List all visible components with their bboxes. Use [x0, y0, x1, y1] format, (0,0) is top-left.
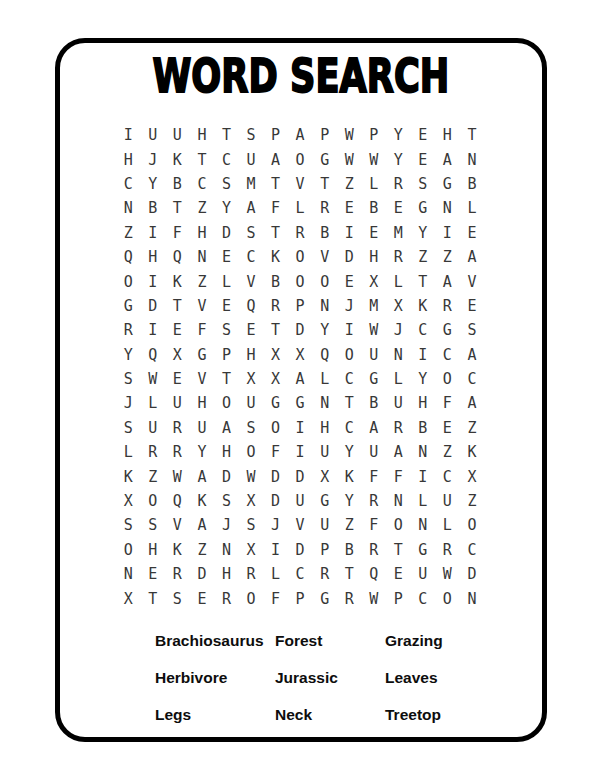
grid-cell[interactable]: M	[239, 172, 264, 196]
grid-cell[interactable]: C	[435, 343, 460, 367]
grid-cell[interactable]: Z	[460, 416, 485, 440]
grid-cell[interactable]: G	[361, 367, 386, 391]
grid-cell[interactable]: A	[288, 367, 313, 391]
grid-cell[interactable]: Q	[165, 245, 190, 269]
grid-cell[interactable]: X	[116, 489, 141, 513]
grid-cell[interactable]: X	[288, 343, 313, 367]
grid-cell[interactable]: F	[386, 464, 411, 488]
grid-cell[interactable]: J	[214, 513, 239, 537]
grid-cell[interactable]: A	[460, 391, 485, 415]
grid-cell[interactable]: R	[165, 440, 190, 464]
grid-cell[interactable]: G	[263, 391, 288, 415]
grid-cell[interactable]: G	[190, 343, 215, 367]
grid-cell[interactable]: W	[337, 147, 362, 171]
grid-cell[interactable]: O	[435, 586, 460, 610]
grid-cell[interactable]: V	[288, 513, 313, 537]
grid-cell[interactable]: Z	[116, 221, 141, 245]
grid-cell[interactable]: T	[190, 147, 215, 171]
grid-cell[interactable]: W	[361, 318, 386, 342]
grid-cell[interactable]: K	[116, 464, 141, 488]
grid-cell[interactable]: R	[165, 562, 190, 586]
grid-cell[interactable]: Z	[460, 489, 485, 513]
grid-cell[interactable]: E	[190, 586, 215, 610]
grid-cell[interactable]: B	[263, 269, 288, 293]
grid-cell[interactable]: F	[435, 391, 460, 415]
grid-cell[interactable]: I	[116, 123, 141, 147]
grid-cell[interactable]: T	[460, 123, 485, 147]
grid-cell[interactable]: W	[361, 586, 386, 610]
grid-cell[interactable]: C	[460, 367, 485, 391]
grid-cell[interactable]: F	[361, 464, 386, 488]
grid-cell[interactable]: C	[337, 367, 362, 391]
grid-cell[interactable]: U	[165, 391, 190, 415]
grid-cell[interactable]: J	[386, 318, 411, 342]
grid-cell[interactable]: Q	[312, 343, 337, 367]
grid-cell[interactable]: U	[165, 123, 190, 147]
grid-cell[interactable]: G	[411, 196, 436, 220]
grid-cell[interactable]: Y	[411, 367, 436, 391]
grid-cell[interactable]: S	[239, 513, 264, 537]
grid-cell[interactable]: X	[460, 464, 485, 488]
grid-cell[interactable]: O	[239, 586, 264, 610]
grid-cell[interactable]: Y	[116, 343, 141, 367]
grid-cell[interactable]: N	[214, 538, 239, 562]
grid-cell[interactable]: Y	[337, 489, 362, 513]
grid-cell[interactable]: R	[288, 221, 313, 245]
grid-cell[interactable]: T	[165, 294, 190, 318]
grid-cell[interactable]: W	[361, 147, 386, 171]
grid-cell[interactable]: O	[460, 513, 485, 537]
grid-cell[interactable]: T	[165, 196, 190, 220]
grid-cell[interactable]: E	[361, 221, 386, 245]
grid-cell[interactable]: D	[214, 464, 239, 488]
grid-cell[interactable]: F	[263, 440, 288, 464]
grid-cell[interactable]: O	[312, 269, 337, 293]
grid-cell[interactable]: L	[288, 196, 313, 220]
grid-cell[interactable]: H	[312, 416, 337, 440]
grid-cell[interactable]: T	[337, 391, 362, 415]
grid-cell[interactable]: N	[386, 489, 411, 513]
grid-cell[interactable]: T	[214, 367, 239, 391]
grid-cell[interactable]: I	[288, 416, 313, 440]
grid-cell[interactable]: N	[116, 562, 141, 586]
grid-cell[interactable]: P	[312, 123, 337, 147]
grid-cell[interactable]: E	[165, 318, 190, 342]
grid-cell[interactable]: J	[141, 147, 166, 171]
grid-cell[interactable]: R	[435, 294, 460, 318]
grid-cell[interactable]: X	[263, 343, 288, 367]
grid-cell[interactable]: W	[239, 464, 264, 488]
grid-cell[interactable]: F	[263, 586, 288, 610]
grid-cell[interactable]: A	[190, 513, 215, 537]
grid-cell[interactable]: A	[460, 343, 485, 367]
grid-cell[interactable]: V	[312, 245, 337, 269]
grid-cell[interactable]: C	[460, 538, 485, 562]
grid-cell[interactable]: Y	[386, 147, 411, 171]
grid-cell[interactable]: U	[141, 123, 166, 147]
grid-cell[interactable]: N	[460, 586, 485, 610]
grid-cell[interactable]: M	[386, 221, 411, 245]
grid-cell[interactable]: B	[361, 391, 386, 415]
grid-cell[interactable]: T	[141, 586, 166, 610]
grid-cell[interactable]: J	[263, 513, 288, 537]
grid-cell[interactable]: D	[190, 562, 215, 586]
grid-cell[interactable]: D	[141, 294, 166, 318]
grid-cell[interactable]: O	[116, 538, 141, 562]
grid-cell[interactable]: Z	[411, 245, 436, 269]
grid-cell[interactable]: A	[460, 245, 485, 269]
grid-cell[interactable]: Z	[190, 269, 215, 293]
grid-cell[interactable]: X	[239, 367, 264, 391]
grid-cell[interactable]: E	[337, 196, 362, 220]
grid-cell[interactable]: I	[337, 221, 362, 245]
grid-cell[interactable]: G	[312, 586, 337, 610]
grid-cell[interactable]: A	[288, 123, 313, 147]
grid-cell[interactable]: I	[337, 318, 362, 342]
grid-cell[interactable]: X	[263, 367, 288, 391]
grid-cell[interactable]: N	[435, 196, 460, 220]
grid-cell[interactable]: E	[411, 123, 436, 147]
grid-cell[interactable]: E	[411, 147, 436, 171]
grid-cell[interactable]: F	[361, 513, 386, 537]
grid-cell[interactable]: T	[263, 318, 288, 342]
grid-cell[interactable]: Y	[411, 221, 436, 245]
grid-cell[interactable]: D	[460, 562, 485, 586]
grid-cell[interactable]: X	[386, 294, 411, 318]
grid-cell[interactable]: S	[141, 513, 166, 537]
grid-cell[interactable]: P	[361, 123, 386, 147]
grid-cell[interactable]: R	[141, 440, 166, 464]
grid-cell[interactable]: U	[361, 343, 386, 367]
grid-cell[interactable]: B	[141, 196, 166, 220]
grid-cell[interactable]: C	[411, 318, 436, 342]
grid-cell[interactable]: K	[411, 294, 436, 318]
grid-cell[interactable]: U	[239, 391, 264, 415]
grid-cell[interactable]: T	[337, 562, 362, 586]
grid-cell[interactable]: C	[239, 245, 264, 269]
grid-cell[interactable]: L	[141, 391, 166, 415]
grid-cell[interactable]: A	[361, 416, 386, 440]
grid-cell[interactable]: S	[239, 416, 264, 440]
grid-cell[interactable]: S	[116, 416, 141, 440]
grid-cell[interactable]: E	[141, 562, 166, 586]
grid-cell[interactable]: Z	[337, 513, 362, 537]
grid-cell[interactable]: Z	[141, 464, 166, 488]
grid-cell[interactable]: C	[190, 172, 215, 196]
grid-cell[interactable]: Q	[361, 562, 386, 586]
grid-cell[interactable]: R	[361, 538, 386, 562]
grid-cell[interactable]: S	[411, 172, 436, 196]
grid-cell[interactable]: I	[288, 440, 313, 464]
grid-cell[interactable]: I	[435, 221, 460, 245]
grid-cell[interactable]: E	[239, 318, 264, 342]
grid-cell[interactable]: E	[337, 269, 362, 293]
grid-cell[interactable]: E	[214, 294, 239, 318]
grid-cell[interactable]: K	[165, 538, 190, 562]
grid-cell[interactable]: U	[435, 489, 460, 513]
grid-cell[interactable]: W	[141, 367, 166, 391]
grid-cell[interactable]: T	[386, 538, 411, 562]
grid-cell[interactable]: U	[361, 440, 386, 464]
grid-cell[interactable]: R	[239, 562, 264, 586]
grid-cell[interactable]: G	[288, 391, 313, 415]
grid-cell[interactable]: O	[435, 367, 460, 391]
grid-cell[interactable]: U	[312, 440, 337, 464]
grid-cell[interactable]: N	[312, 294, 337, 318]
grid-cell[interactable]: V	[190, 294, 215, 318]
grid-cell[interactable]: H	[190, 123, 215, 147]
grid-cell[interactable]: A	[214, 416, 239, 440]
grid-cell[interactable]: T	[312, 172, 337, 196]
grid-cell[interactable]: V	[165, 513, 190, 537]
grid-cell[interactable]: K	[165, 269, 190, 293]
grid-cell[interactable]: R	[263, 294, 288, 318]
grid-cell[interactable]: O	[141, 489, 166, 513]
grid-cell[interactable]: Y	[190, 440, 215, 464]
grid-cell[interactable]: O	[337, 343, 362, 367]
grid-cell[interactable]: E	[386, 562, 411, 586]
grid-cell[interactable]: C	[337, 416, 362, 440]
grid-cell[interactable]: L	[411, 489, 436, 513]
grid-cell[interactable]: K	[190, 489, 215, 513]
grid-cell[interactable]: G	[411, 538, 436, 562]
grid-cell[interactable]: T	[411, 269, 436, 293]
grid-cell[interactable]: C	[435, 464, 460, 488]
grid-cell[interactable]: S	[165, 586, 190, 610]
grid-cell[interactable]: R	[312, 562, 337, 586]
grid-cell[interactable]: X	[361, 269, 386, 293]
grid-cell[interactable]: O	[239, 440, 264, 464]
grid-cell[interactable]: E	[165, 367, 190, 391]
grid-cell[interactable]: H	[214, 440, 239, 464]
grid-cell[interactable]: Z	[337, 172, 362, 196]
grid-cell[interactable]: O	[288, 147, 313, 171]
grid-cell[interactable]: S	[214, 489, 239, 513]
grid-cell[interactable]: G	[116, 294, 141, 318]
grid-cell[interactable]: R	[337, 586, 362, 610]
grid-cell[interactable]: I	[411, 464, 436, 488]
grid-cell[interactable]: R	[386, 172, 411, 196]
grid-cell[interactable]: V	[190, 367, 215, 391]
grid-cell[interactable]: U	[288, 489, 313, 513]
grid-cell[interactable]: N	[460, 147, 485, 171]
grid-cell[interactable]: R	[386, 245, 411, 269]
grid-cell[interactable]: C	[116, 172, 141, 196]
grid-cell[interactable]: N	[116, 196, 141, 220]
grid-cell[interactable]: A	[190, 464, 215, 488]
grid-cell[interactable]: P	[288, 294, 313, 318]
grid-cell[interactable]: Q	[141, 343, 166, 367]
grid-cell[interactable]: P	[288, 586, 313, 610]
grid-cell[interactable]: I	[411, 343, 436, 367]
grid-cell[interactable]: W	[337, 123, 362, 147]
grid-cell[interactable]: D	[214, 221, 239, 245]
grid-cell[interactable]: B	[361, 196, 386, 220]
grid-cell[interactable]: Q	[165, 489, 190, 513]
grid-cell[interactable]: R	[386, 416, 411, 440]
grid-cell[interactable]: U	[190, 416, 215, 440]
grid-cell[interactable]: Z	[435, 440, 460, 464]
grid-cell[interactable]: T	[214, 123, 239, 147]
grid-cell[interactable]: V	[288, 172, 313, 196]
grid-cell[interactable]: S	[214, 172, 239, 196]
grid-cell[interactable]: D	[288, 538, 313, 562]
grid-cell[interactable]: F	[190, 318, 215, 342]
grid-cell[interactable]: R	[435, 538, 460, 562]
grid-cell[interactable]: A	[386, 440, 411, 464]
grid-cell[interactable]: A	[263, 147, 288, 171]
grid-cell[interactable]: X	[312, 464, 337, 488]
grid-cell[interactable]: O	[288, 269, 313, 293]
grid-cell[interactable]: D	[288, 464, 313, 488]
grid-cell[interactable]: M	[361, 294, 386, 318]
grid-cell[interactable]: Q	[116, 245, 141, 269]
grid-cell[interactable]: H	[411, 391, 436, 415]
grid-cell[interactable]: R	[361, 489, 386, 513]
grid-cell[interactable]: O	[214, 391, 239, 415]
grid-cell[interactable]: H	[435, 123, 460, 147]
grid-cell[interactable]: G	[435, 172, 460, 196]
grid-cell[interactable]: A	[239, 196, 264, 220]
grid-cell[interactable]: E	[435, 416, 460, 440]
grid-cell[interactable]: E	[386, 196, 411, 220]
grid-cell[interactable]: H	[116, 147, 141, 171]
grid-cell[interactable]: I	[141, 221, 166, 245]
grid-cell[interactable]: R	[116, 318, 141, 342]
grid-cell[interactable]: N	[411, 440, 436, 464]
grid-cell[interactable]: H	[239, 343, 264, 367]
grid-cell[interactable]: H	[141, 538, 166, 562]
grid-cell[interactable]: Z	[435, 245, 460, 269]
grid-cell[interactable]: D	[288, 318, 313, 342]
grid-cell[interactable]: U	[411, 562, 436, 586]
grid-cell[interactable]: P	[386, 586, 411, 610]
grid-cell[interactable]: B	[165, 172, 190, 196]
grid-cell[interactable]: H	[141, 245, 166, 269]
grid-cell[interactable]: X	[165, 343, 190, 367]
grid-cell[interactable]: Z	[190, 538, 215, 562]
grid-cell[interactable]: F	[263, 196, 288, 220]
grid-cell[interactable]: X	[239, 538, 264, 562]
grid-cell[interactable]: G	[312, 489, 337, 513]
grid-cell[interactable]: K	[263, 245, 288, 269]
grid-cell[interactable]: O	[386, 513, 411, 537]
grid-cell[interactable]: S	[239, 123, 264, 147]
grid-cell[interactable]: D	[337, 245, 362, 269]
grid-cell[interactable]: U	[141, 416, 166, 440]
grid-cell[interactable]: V	[460, 269, 485, 293]
grid-cell[interactable]: R	[312, 196, 337, 220]
grid-cell[interactable]: B	[460, 172, 485, 196]
grid-cell[interactable]: H	[361, 245, 386, 269]
grid-cell[interactable]: C	[411, 586, 436, 610]
grid-cell[interactable]: O	[116, 269, 141, 293]
grid-cell[interactable]: L	[214, 269, 239, 293]
grid-cell[interactable]: L	[263, 562, 288, 586]
grid-cell[interactable]: E	[460, 221, 485, 245]
grid-cell[interactable]: S	[460, 318, 485, 342]
grid-cell[interactable]: A	[435, 269, 460, 293]
grid-cell[interactable]: H	[214, 562, 239, 586]
grid-cell[interactable]: B	[411, 416, 436, 440]
grid-cell[interactable]: L	[386, 367, 411, 391]
grid-cell[interactable]: U	[312, 513, 337, 537]
grid-cell[interactable]: B	[312, 221, 337, 245]
grid-cell[interactable]: G	[312, 147, 337, 171]
grid-cell[interactable]: O	[288, 245, 313, 269]
grid-cell[interactable]: Y	[386, 123, 411, 147]
grid-cell[interactable]: V	[239, 269, 264, 293]
grid-cell[interactable]: H	[190, 391, 215, 415]
grid-cell[interactable]: L	[312, 367, 337, 391]
grid-cell[interactable]: N	[190, 245, 215, 269]
grid-cell[interactable]: I	[141, 318, 166, 342]
grid-cell[interactable]: R	[214, 586, 239, 610]
grid-cell[interactable]: S	[239, 221, 264, 245]
grid-cell[interactable]: P	[214, 343, 239, 367]
grid-cell[interactable]: Y	[312, 318, 337, 342]
grid-cell[interactable]: W	[165, 464, 190, 488]
grid-cell[interactable]: N	[386, 343, 411, 367]
grid-cell[interactable]: U	[386, 391, 411, 415]
grid-cell[interactable]: S	[116, 513, 141, 537]
grid-cell[interactable]: T	[263, 172, 288, 196]
grid-cell[interactable]: K	[337, 464, 362, 488]
grid-cell[interactable]: S	[116, 367, 141, 391]
grid-cell[interactable]: C	[214, 147, 239, 171]
grid-cell[interactable]: L	[435, 513, 460, 537]
grid-cell[interactable]: I	[141, 269, 166, 293]
grid-cell[interactable]: E	[214, 245, 239, 269]
grid-cell[interactable]: U	[239, 147, 264, 171]
grid-cell[interactable]: N	[312, 391, 337, 415]
grid-cell[interactable]: G	[435, 318, 460, 342]
grid-cell[interactable]: R	[165, 416, 190, 440]
grid-cell[interactable]: L	[460, 196, 485, 220]
grid-cell[interactable]: B	[337, 538, 362, 562]
grid-cell[interactable]: P	[312, 538, 337, 562]
grid-cell[interactable]: E	[460, 294, 485, 318]
grid-cell[interactable]: Y	[141, 172, 166, 196]
grid-cell[interactable]: T	[263, 221, 288, 245]
grid-cell[interactable]: W	[435, 562, 460, 586]
grid-cell[interactable]: L	[386, 269, 411, 293]
grid-cell[interactable]: C	[288, 562, 313, 586]
grid-cell[interactable]: Y	[214, 196, 239, 220]
grid-cell[interactable]: N	[411, 513, 436, 537]
grid-cell[interactable]: L	[361, 172, 386, 196]
grid-cell[interactable]: J	[337, 294, 362, 318]
grid-cell[interactable]: H	[190, 221, 215, 245]
grid-cell[interactable]: K	[165, 147, 190, 171]
grid-cell[interactable]: D	[263, 489, 288, 513]
grid-cell[interactable]: X	[239, 489, 264, 513]
grid-cell[interactable]: S	[214, 318, 239, 342]
grid-cell[interactable]: X	[116, 586, 141, 610]
grid-cell[interactable]: L	[116, 440, 141, 464]
grid-cell[interactable]: Q	[239, 294, 264, 318]
grid-cell[interactable]: A	[435, 147, 460, 171]
grid-cell[interactable]: I	[263, 538, 288, 562]
grid-cell[interactable]: K	[460, 440, 485, 464]
grid-cell[interactable]: O	[263, 416, 288, 440]
grid-cell[interactable]: Z	[190, 196, 215, 220]
grid-cell[interactable]: D	[263, 464, 288, 488]
grid-cell[interactable]: Y	[337, 440, 362, 464]
grid-cell[interactable]: P	[263, 123, 288, 147]
grid-cell[interactable]: J	[116, 391, 141, 415]
grid-cell[interactable]: F	[165, 221, 190, 245]
